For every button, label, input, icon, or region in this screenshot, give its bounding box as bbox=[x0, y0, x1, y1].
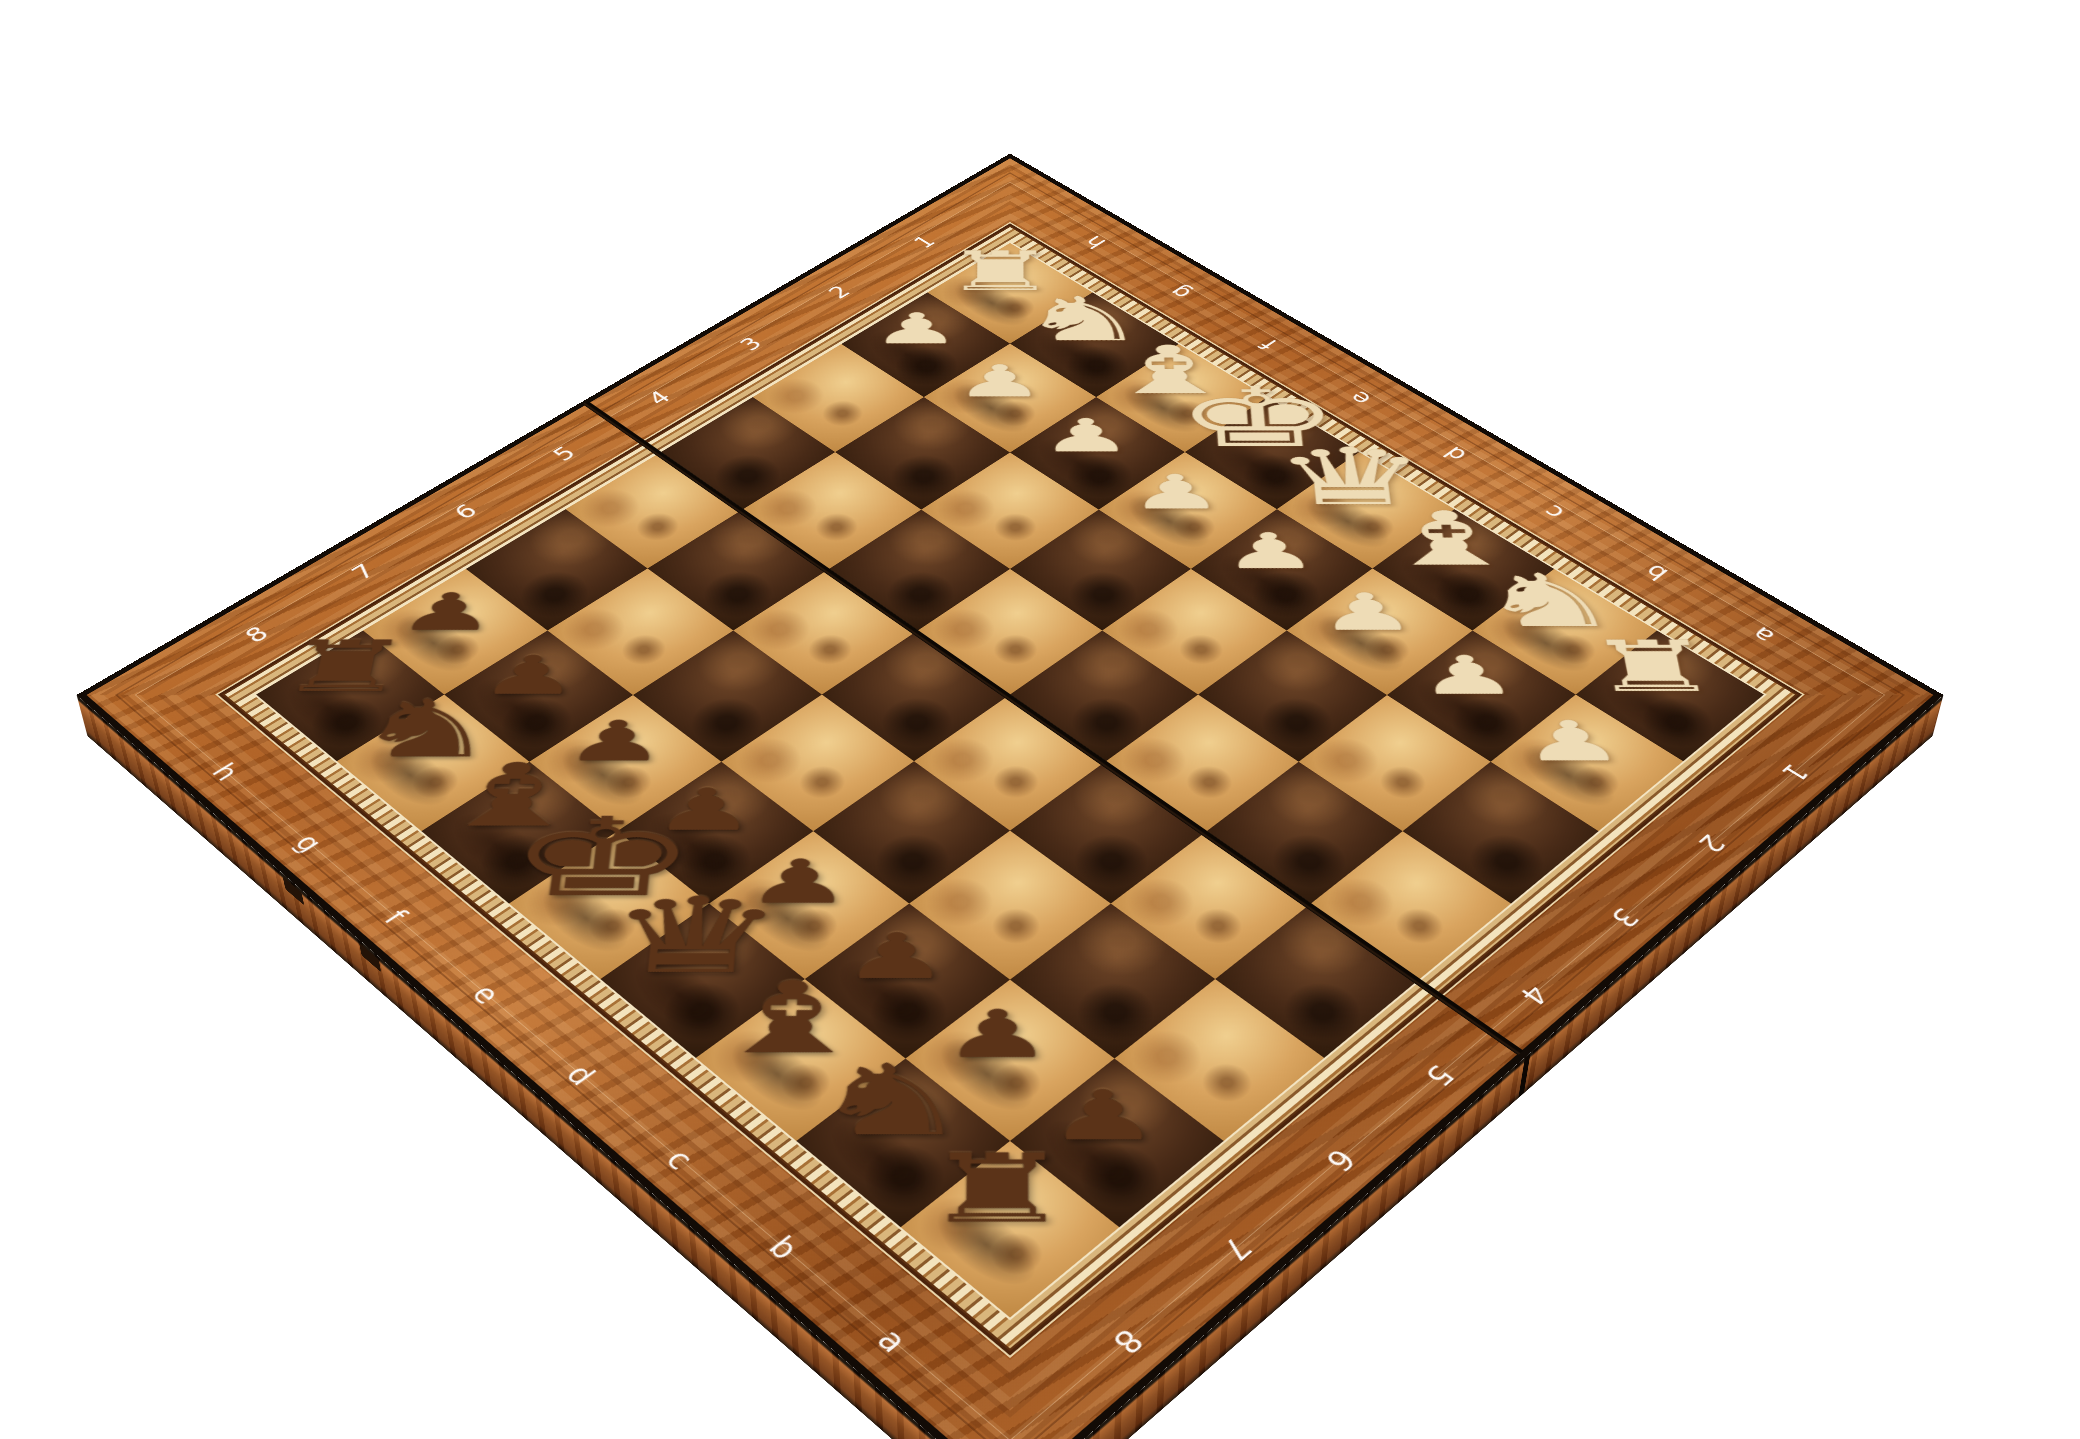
squares-grid: ♜♞♝♚♛♝♞♜♟♟♟♟♟♟♟♟♟♟♟♟♟♟♟♟♜♞♝♚♛♝♞♜ bbox=[256, 243, 1764, 1318]
rank-label-nw-2: 2 bbox=[812, 275, 867, 308]
rank-label-nw-8: 8 bbox=[227, 614, 288, 656]
rank-label-se-7: 7 bbox=[1200, 1219, 1273, 1278]
file-label-sw-d: d bbox=[546, 1048, 615, 1102]
piece-glyph: ♜ bbox=[1581, 634, 1726, 701]
rank-label-nw-4: 4 bbox=[632, 380, 689, 416]
rank-label-se-1: 1 bbox=[1763, 750, 1827, 795]
product-photo-scene: ♜♞♝♚♛♝♞♜♟♟♟♟♟♟♟♟♟♟♟♟♟♟♟♟♜♞♝♚♛♝♞♜ 11hh22g… bbox=[0, 0, 2080, 1439]
rank-label-se-2: 2 bbox=[1679, 820, 1744, 867]
piece-glyph: ♟ bbox=[1517, 715, 1628, 768]
file-label-ne-h: h bbox=[1068, 226, 1122, 258]
piece-glyph: ♟ bbox=[1220, 527, 1320, 574]
rank-label-nw-3: 3 bbox=[724, 327, 780, 361]
rank-label-nw-5: 5 bbox=[536, 435, 594, 472]
board-face: ♜♞♝♚♛♝♞♜♟♟♟♟♟♟♟♟♟♟♟♟♟♟♟♟♜♞♝♚♛♝♞♜ 11hh22g… bbox=[77, 154, 1944, 1439]
file-label-ne-b: b bbox=[1626, 552, 1686, 592]
file-label-ne-d: d bbox=[1426, 435, 1484, 472]
file-label-ne-c: c bbox=[1524, 492, 1583, 531]
file-label-sw-e: e bbox=[452, 969, 520, 1020]
rank-label-nw-6: 6 bbox=[437, 492, 496, 531]
rank-label-nw-7: 7 bbox=[334, 552, 394, 592]
piece-glyph: ♟ bbox=[1315, 587, 1418, 636]
rank-label-se-3: 3 bbox=[1592, 893, 1658, 942]
piece-glyph: ♜ bbox=[920, 1145, 1075, 1235]
rank-label-se-4: 4 bbox=[1500, 969, 1568, 1020]
file-label-ne-f: f bbox=[1241, 327, 1297, 361]
chess-board: ♜♞♝♚♛♝♞♜♟♟♟♟♟♟♟♟♟♟♟♟♟♟♟♟♜♞♝♚♛♝♞♜ 11hh22g… bbox=[77, 154, 1944, 1439]
file-label-sw-g: g bbox=[276, 820, 341, 867]
file-label-sw-a: a bbox=[855, 1310, 929, 1372]
piece-glyph: ♟ bbox=[1040, 414, 1134, 458]
piece-glyph: ♟ bbox=[871, 308, 962, 349]
piece-glyph: ♟ bbox=[954, 360, 1045, 402]
rank-label-se-6: 6 bbox=[1305, 1132, 1376, 1188]
file-label-sw-b: b bbox=[747, 1219, 820, 1278]
file-label-sw-f: f bbox=[362, 893, 428, 942]
file-label-sw-c: c bbox=[644, 1132, 715, 1188]
file-label-sw-h: h bbox=[193, 750, 257, 795]
file-label-ne-g: g bbox=[1153, 275, 1208, 308]
rank-label-se-8: 8 bbox=[1091, 1310, 1165, 1372]
file-label-ne-a: a bbox=[1732, 614, 1793, 656]
inlay-border: ♜♞♝♚♛♝♞♜♟♟♟♟♟♟♟♟♟♟♟♟♟♟♟♟♜♞♝♚♛♝♞♜ bbox=[222, 226, 1798, 1352]
piece-glyph: ♟ bbox=[1414, 650, 1521, 701]
rank-label-se-5: 5 bbox=[1405, 1048, 1474, 1102]
piece-glyph: ♟ bbox=[1128, 469, 1225, 514]
